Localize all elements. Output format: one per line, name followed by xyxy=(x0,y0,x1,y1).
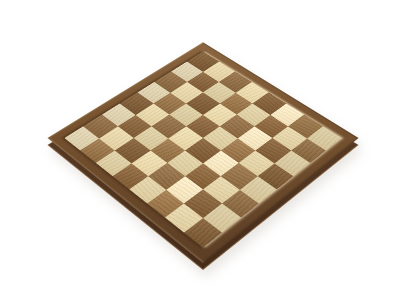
board-3d-wrapper xyxy=(0,0,400,300)
chess-board xyxy=(47,42,358,263)
board-squares-grid xyxy=(64,52,341,248)
chessboard-product-photo xyxy=(0,0,400,300)
